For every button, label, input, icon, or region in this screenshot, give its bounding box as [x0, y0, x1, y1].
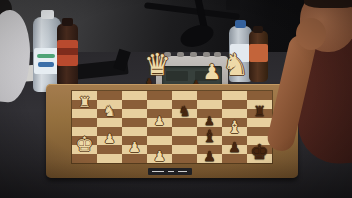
board-square-b7	[222, 145, 247, 154]
board-square-d5	[172, 127, 197, 136]
board-squares	[72, 91, 272, 163]
board-square-c3	[122, 136, 147, 145]
board-square-g8	[247, 100, 272, 109]
right-player-hand	[296, 18, 326, 50]
right-player-hair	[304, 0, 352, 8]
board-square-g5	[172, 100, 197, 109]
board-square-a6	[197, 154, 222, 163]
board-square-g6	[197, 100, 222, 109]
board-square-g3	[122, 100, 147, 109]
plaque-marking	[152, 171, 164, 172]
board-square-d7	[222, 127, 247, 136]
board-square-b6	[197, 145, 222, 154]
board-square-c2	[97, 136, 122, 145]
board-square-a8	[247, 154, 272, 163]
board-square-e8	[247, 118, 272, 127]
right-player	[270, 0, 352, 180]
board-square-e1	[72, 118, 97, 127]
board-square-b1	[72, 145, 97, 154]
board-square-e4	[147, 118, 172, 127]
board-square-e3	[122, 118, 147, 127]
board-square-d1	[72, 127, 97, 136]
board-square-e5	[172, 118, 197, 127]
captured-white-knight: ♞	[222, 50, 242, 80]
captured-white-pawn: ♟	[202, 62, 222, 83]
chess-board: ♜♚♞♟♟♟♟♝♞♟♝♟♟♜♚	[46, 84, 298, 178]
board-square-c1	[72, 136, 97, 145]
board-square-a2	[97, 154, 122, 163]
board-square-f1	[72, 109, 97, 118]
board-square-g1	[72, 100, 97, 109]
board-square-d6	[197, 127, 222, 136]
board-square-b2	[97, 145, 122, 154]
board-square-e2	[97, 118, 122, 127]
board-square-a3	[122, 154, 147, 163]
board-square-d2	[97, 127, 122, 136]
board-square-a5	[172, 154, 197, 163]
left-player	[0, 0, 32, 104]
board-square-e7	[222, 118, 247, 127]
board-square-h8	[247, 91, 272, 100]
board-square-b4	[147, 145, 172, 154]
board-square-h6	[197, 91, 222, 100]
board-square-c4	[147, 136, 172, 145]
board-square-b8	[247, 145, 272, 154]
board-square-f8	[247, 109, 272, 118]
plaque-marking	[168, 171, 174, 172]
left-player-shirt	[0, 8, 35, 104]
board-square-a1	[72, 154, 97, 163]
board-square-f6	[197, 109, 222, 118]
board-square-f7	[222, 109, 247, 118]
broadcast-frame: ♛♟♞♟♟ ♜♚♞♟♟♟♟♝♞♟♝♟♟♜♚	[0, 0, 352, 198]
board-square-d3	[122, 127, 147, 136]
board-square-b5	[172, 145, 197, 154]
board-square-h3	[122, 91, 147, 100]
board-square-h4	[147, 91, 172, 100]
board-square-h5	[172, 91, 197, 100]
board-square-f3	[122, 109, 147, 118]
board-square-f2	[97, 109, 122, 118]
board-square-a4	[147, 154, 172, 163]
board-plaque	[148, 168, 192, 175]
board-square-h2	[97, 91, 122, 100]
board-square-e6	[197, 118, 222, 127]
board-square-d4	[147, 127, 172, 136]
board-square-f4	[147, 109, 172, 118]
board-square-c6	[197, 136, 222, 145]
board-square-g4	[147, 100, 172, 109]
board-square-g2	[97, 100, 122, 109]
board-square-c5	[172, 136, 197, 145]
board-square-c7	[222, 136, 247, 145]
board-square-g7	[222, 100, 247, 109]
captured-white-queen: ♛	[144, 50, 164, 80]
board-square-b3	[122, 145, 147, 154]
board-square-a7	[222, 154, 247, 163]
board-square-h7	[222, 91, 247, 100]
board-square-f5	[172, 109, 197, 118]
plaque-marking	[178, 171, 187, 172]
board-square-h1	[72, 91, 97, 100]
